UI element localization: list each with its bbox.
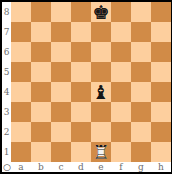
black-bishop[interactable]: ♝ <box>91 82 111 102</box>
square-e5[interactable] <box>91 62 111 82</box>
square-b1[interactable] <box>31 142 51 162</box>
square-d1[interactable] <box>71 142 91 162</box>
square-b7[interactable] <box>31 22 51 42</box>
square-d2[interactable] <box>71 122 91 142</box>
square-c2[interactable] <box>51 122 71 142</box>
chess-diagram-frame: 87654321 ♚♔♝♗♜♖ ○ abcdefgh <box>0 0 172 174</box>
square-b8[interactable] <box>31 2 51 22</box>
file-labels-row: abcdefgh <box>11 162 171 172</box>
square-g6[interactable] <box>131 42 151 62</box>
square-d6[interactable] <box>71 42 91 62</box>
file-label-b: b <box>31 162 51 172</box>
square-d8[interactable] <box>71 2 91 22</box>
square-f1[interactable] <box>111 142 131 162</box>
rank-label-3: 3 <box>2 102 11 122</box>
square-h3[interactable] <box>151 102 171 122</box>
black-bishop-outline: ♗ <box>91 82 111 102</box>
square-a7[interactable] <box>11 22 31 42</box>
square-g8[interactable] <box>131 2 151 22</box>
white-rook-outline: ♖ <box>91 142 111 162</box>
square-f5[interactable] <box>111 62 131 82</box>
square-c7[interactable] <box>51 22 71 42</box>
square-e6[interactable] <box>91 42 111 62</box>
square-c1[interactable] <box>51 142 71 162</box>
white-rook[interactable]: ♜ <box>91 142 111 162</box>
black-king-outline: ♔ <box>91 2 111 22</box>
square-h4[interactable] <box>151 82 171 102</box>
square-f4[interactable] <box>111 82 131 102</box>
square-c5[interactable] <box>51 62 71 82</box>
square-f7[interactable] <box>111 22 131 42</box>
square-f8[interactable] <box>111 2 131 22</box>
rank-label-6: 6 <box>2 42 11 62</box>
square-h8[interactable] <box>151 2 171 22</box>
square-e4[interactable]: ♝♗ <box>91 82 111 102</box>
square-a5[interactable] <box>11 62 31 82</box>
rank-label-2: 2 <box>2 122 11 142</box>
file-label-f: f <box>111 162 131 172</box>
file-label-e: e <box>91 162 111 172</box>
chess-board[interactable]: ♚♔♝♗♜♖ <box>11 2 171 162</box>
square-g7[interactable] <box>131 22 151 42</box>
square-e7[interactable] <box>91 22 111 42</box>
square-b2[interactable] <box>31 122 51 142</box>
file-label-g: g <box>131 162 151 172</box>
square-g1[interactable] <box>131 142 151 162</box>
square-d3[interactable] <box>71 102 91 122</box>
white-to-move-icon: ○ <box>3 163 11 172</box>
square-h6[interactable] <box>151 42 171 62</box>
square-h1[interactable] <box>151 142 171 162</box>
square-a6[interactable] <box>11 42 31 62</box>
square-c3[interactable] <box>51 102 71 122</box>
black-king[interactable]: ♚ <box>91 2 111 22</box>
square-a2[interactable] <box>11 122 31 142</box>
square-a8[interactable] <box>11 2 31 22</box>
square-h7[interactable] <box>151 22 171 42</box>
square-f6[interactable] <box>111 42 131 62</box>
square-g4[interactable] <box>131 82 151 102</box>
rank-label-7: 7 <box>2 22 11 42</box>
file-label-d: d <box>71 162 91 172</box>
square-c8[interactable] <box>51 2 71 22</box>
square-h2[interactable] <box>151 122 171 142</box>
diagram-inner: 87654321 ♚♔♝♗♜♖ ○ abcdefgh <box>2 2 171 172</box>
square-a1[interactable] <box>11 142 31 162</box>
square-e3[interactable] <box>91 102 111 122</box>
file-label-h: h <box>151 162 171 172</box>
square-e1[interactable]: ♜♖ <box>91 142 111 162</box>
file-label-a: a <box>11 162 31 172</box>
square-d5[interactable] <box>71 62 91 82</box>
square-a4[interactable] <box>11 82 31 102</box>
rank-label-4: 4 <box>2 82 11 102</box>
square-g2[interactable] <box>131 122 151 142</box>
square-f2[interactable] <box>111 122 131 142</box>
square-b5[interactable] <box>31 62 51 82</box>
square-f3[interactable] <box>111 102 131 122</box>
rank-label-5: 5 <box>2 62 11 82</box>
square-h5[interactable] <box>151 62 171 82</box>
file-label-c: c <box>51 162 71 172</box>
square-g5[interactable] <box>131 62 151 82</box>
rank-label-1: 1 <box>2 142 11 162</box>
square-a3[interactable] <box>11 102 31 122</box>
rank-labels-column: 87654321 <box>2 2 11 162</box>
square-b3[interactable] <box>31 102 51 122</box>
square-e8[interactable]: ♚♔ <box>91 2 111 22</box>
turn-indicator-corner: ○ <box>2 162 11 172</box>
square-e2[interactable] <box>91 122 111 142</box>
rank-label-8: 8 <box>2 2 11 22</box>
square-d4[interactable] <box>71 82 91 102</box>
square-c4[interactable] <box>51 82 71 102</box>
square-c6[interactable] <box>51 42 71 62</box>
square-b4[interactable] <box>31 82 51 102</box>
square-d7[interactable] <box>71 22 91 42</box>
square-b6[interactable] <box>31 42 51 62</box>
square-g3[interactable] <box>131 102 151 122</box>
